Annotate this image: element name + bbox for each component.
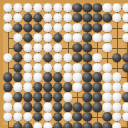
black-stone <box>53 83 62 92</box>
white-stone <box>33 43 42 52</box>
white-stone <box>63 13 72 22</box>
black-stone <box>83 83 92 92</box>
white-stone <box>122 112 128 121</box>
white-stone <box>63 3 72 12</box>
white-stone <box>23 53 32 62</box>
white-stone <box>122 13 128 22</box>
white-stone <box>43 23 52 32</box>
black-stone <box>23 102 32 111</box>
black-stone <box>83 63 92 72</box>
white-stone <box>53 23 62 32</box>
white-stone <box>102 43 111 52</box>
white-stone <box>33 73 42 82</box>
black-stone <box>73 43 82 52</box>
white-stone <box>63 73 72 82</box>
black-stone <box>93 3 102 12</box>
white-stone <box>112 112 121 121</box>
white-stone <box>102 23 111 32</box>
black-stone <box>73 102 82 111</box>
white-stone <box>43 63 52 72</box>
black-stone <box>83 23 92 32</box>
black-stone <box>73 13 82 22</box>
white-stone <box>73 63 82 72</box>
black-stone <box>13 122 22 128</box>
black-stone <box>83 53 92 62</box>
black-stone <box>33 102 42 111</box>
black-stone <box>122 63 128 72</box>
white-stone <box>23 3 32 12</box>
black-stone <box>93 83 102 92</box>
white-stone <box>102 83 111 92</box>
white-stone <box>112 122 121 128</box>
white-stone <box>13 112 22 121</box>
white-stone <box>33 33 42 42</box>
white-stone <box>53 43 62 52</box>
black-stone <box>73 112 82 121</box>
white-stone <box>112 83 121 92</box>
white-stone <box>3 102 12 111</box>
black-stone <box>93 13 102 22</box>
white-stone <box>3 13 12 22</box>
white-stone <box>102 93 111 102</box>
black-stone <box>43 83 52 92</box>
white-stone <box>112 3 121 12</box>
black-stone <box>73 53 82 62</box>
black-stone <box>33 23 42 32</box>
black-stone <box>63 102 72 111</box>
black-stone <box>93 93 102 102</box>
white-stone <box>3 53 12 62</box>
white-stone <box>3 112 12 121</box>
black-stone <box>83 43 92 52</box>
white-stone <box>23 63 32 72</box>
black-stone <box>122 93 128 102</box>
white-stone <box>43 13 52 22</box>
white-stone <box>23 73 32 82</box>
black-stone <box>33 83 42 92</box>
white-stone <box>3 3 12 12</box>
white-stone <box>23 83 32 92</box>
black-stone <box>83 33 92 42</box>
white-stone <box>53 13 62 22</box>
black-stone <box>102 13 111 22</box>
white-stone <box>53 3 62 12</box>
black-stone <box>13 43 22 52</box>
black-stone <box>33 93 42 102</box>
black-stone <box>3 83 12 92</box>
white-stone <box>43 33 52 42</box>
black-stone <box>63 122 72 128</box>
black-stone <box>23 13 32 22</box>
white-stone <box>33 63 42 72</box>
white-stone <box>13 83 22 92</box>
white-stone <box>122 83 128 92</box>
white-stone <box>63 23 72 32</box>
white-stone <box>63 63 72 72</box>
white-stone <box>102 3 111 12</box>
white-stone <box>63 93 72 102</box>
black-stone <box>53 122 62 128</box>
black-stone <box>112 53 121 62</box>
white-stone <box>122 3 128 12</box>
white-stone <box>53 53 62 62</box>
white-stone <box>23 43 32 52</box>
white-stone <box>122 23 128 32</box>
black-stone <box>13 23 22 32</box>
white-stone <box>43 102 52 111</box>
white-stone <box>122 33 128 42</box>
black-stone <box>33 112 42 121</box>
white-stone <box>43 3 52 12</box>
black-stone <box>43 73 52 82</box>
white-stone <box>93 33 102 42</box>
black-stone <box>63 83 72 92</box>
white-stone <box>43 122 52 128</box>
black-stone <box>53 33 62 42</box>
white-stone <box>53 63 62 72</box>
black-stone <box>33 13 42 22</box>
black-stone <box>93 73 102 82</box>
white-stone <box>73 83 82 92</box>
white-stone <box>102 73 111 82</box>
white-stone <box>33 3 42 12</box>
white-stone <box>122 102 128 111</box>
black-stone <box>53 93 62 102</box>
white-stone <box>63 112 72 121</box>
white-stone <box>3 23 12 32</box>
black-stone <box>83 122 92 128</box>
black-stone <box>13 63 22 72</box>
black-stone <box>73 122 82 128</box>
white-stone <box>13 13 22 22</box>
white-stone <box>63 53 72 62</box>
black-stone <box>23 33 32 42</box>
white-stone <box>112 13 121 22</box>
black-stone <box>83 93 92 102</box>
white-stone <box>93 53 102 62</box>
black-stone <box>83 13 92 22</box>
black-stone <box>93 102 102 111</box>
black-stone <box>53 112 62 121</box>
black-stone <box>3 73 12 82</box>
white-stone <box>23 112 32 121</box>
white-stone <box>3 93 12 102</box>
black-stone <box>83 112 92 121</box>
black-stone <box>83 102 92 111</box>
white-stone <box>33 53 42 62</box>
white-stone <box>73 33 82 42</box>
white-stone <box>73 73 82 82</box>
go-board[interactable] <box>0 0 128 128</box>
black-stone <box>13 53 22 62</box>
black-stone <box>83 73 92 82</box>
black-stone <box>102 122 111 128</box>
white-stone <box>13 33 22 42</box>
white-stone <box>43 43 52 52</box>
white-stone <box>13 102 22 111</box>
black-stone <box>13 93 22 102</box>
white-stone <box>112 93 121 102</box>
white-stone <box>102 63 111 72</box>
white-stone <box>102 33 111 42</box>
white-stone <box>33 122 42 128</box>
white-stone <box>112 102 121 111</box>
black-stone <box>53 102 62 111</box>
black-stone <box>43 93 52 102</box>
black-stone <box>73 3 82 12</box>
white-stone <box>63 33 72 42</box>
black-stone <box>13 73 22 82</box>
black-stone <box>23 23 32 32</box>
white-stone <box>43 112 52 121</box>
black-stone <box>23 122 32 128</box>
black-stone <box>23 93 32 102</box>
white-stone <box>102 102 111 111</box>
white-stone <box>93 63 102 72</box>
black-stone <box>93 122 102 128</box>
white-stone <box>73 23 82 32</box>
black-stone <box>93 23 102 32</box>
black-stone <box>53 73 62 82</box>
black-stone <box>102 112 111 121</box>
white-stone <box>112 73 121 82</box>
white-stone <box>13 3 22 12</box>
black-stone <box>83 3 92 12</box>
black-stone <box>43 53 52 62</box>
black-stone <box>122 53 128 62</box>
